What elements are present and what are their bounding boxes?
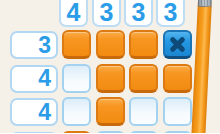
puzzle-grid xyxy=(62,30,192,133)
grid-cell-empty-r3c4[interactable] xyxy=(163,97,192,126)
row-clue-card-2: 4 xyxy=(10,65,58,93)
grid-cell-filled-r4c1[interactable] xyxy=(62,131,91,134)
row-clue-label: 3 xyxy=(38,34,51,57)
row-clue-card-4 xyxy=(10,132,58,134)
grid-cell-xmark-r1c4[interactable] xyxy=(163,30,192,59)
grid-cell-empty-r3c3[interactable] xyxy=(129,97,158,126)
grid-cell-filled-r2c4[interactable] xyxy=(163,64,192,93)
col-clue-label: 3 xyxy=(164,0,178,25)
puzzle-board: 4 3 3 3 3 4 4 xyxy=(0,0,220,133)
grid-cell-empty-r4c3[interactable] xyxy=(129,131,158,134)
row-clue-card-1: 3 xyxy=(10,31,58,59)
grid-cell-filled-r3c2[interactable] xyxy=(96,97,125,126)
grid-cell-filled-r2c2[interactable] xyxy=(96,64,125,93)
x-mark-icon xyxy=(168,35,187,54)
pencil-ferrule xyxy=(198,0,213,8)
col-clue-card-2: 3 xyxy=(92,0,121,27)
col-clue-label: 3 xyxy=(132,0,146,25)
grid-cell-filled-r1c1[interactable] xyxy=(62,30,91,59)
grid-cell-empty-r4c4[interactable] xyxy=(163,131,192,134)
grid-cell-filled-r2c3[interactable] xyxy=(129,64,158,93)
col-clue-label: 4 xyxy=(67,0,81,25)
row-clue-card-3: 4 xyxy=(10,98,58,126)
grid-cell-filled-r1c3[interactable] xyxy=(129,30,158,59)
col-clue-card-3: 3 xyxy=(124,0,153,27)
pencil-icon xyxy=(191,0,213,133)
grid-cell-empty-r2c1[interactable] xyxy=(62,64,91,93)
grid-cell-filled-r1c2[interactable] xyxy=(96,30,125,59)
col-clue-card-4: 3 xyxy=(156,0,185,27)
col-clue-card-1: 4 xyxy=(59,0,88,27)
grid-cell-empty-r4c2[interactable] xyxy=(96,131,125,134)
row-clue-label: 4 xyxy=(38,67,51,90)
row-clue-label: 4 xyxy=(38,101,51,124)
col-clue-label: 3 xyxy=(100,0,114,25)
pencil-body xyxy=(191,0,213,133)
grid-cell-empty-r3c1[interactable] xyxy=(62,97,91,126)
